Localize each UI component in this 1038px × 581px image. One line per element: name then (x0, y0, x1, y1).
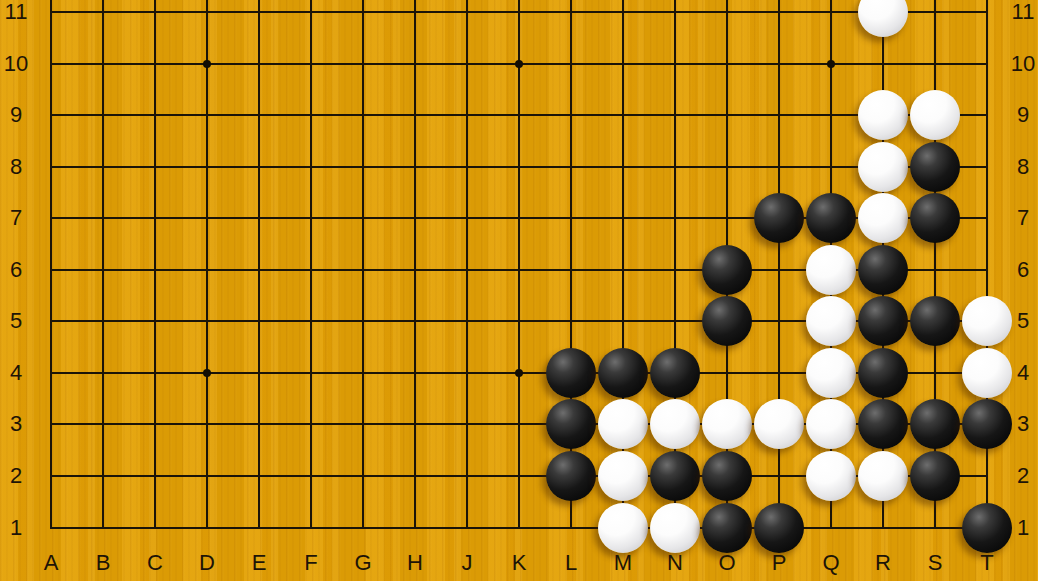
stone-black-L2[interactable] (546, 451, 596, 501)
row-label-right-10: 10 (1005, 53, 1038, 75)
row-label-left-5: 5 (0, 310, 34, 332)
stone-white-N1[interactable] (650, 503, 700, 553)
grid-line-vertical-K (518, 0, 520, 529)
stone-white-M3[interactable] (598, 399, 648, 449)
stone-white-P3[interactable] (754, 399, 804, 449)
row-label-right-7: 7 (1005, 207, 1038, 229)
row-label-right-6: 6 (1005, 259, 1038, 281)
stone-black-L3[interactable] (546, 399, 596, 449)
row-label-left-7: 7 (0, 207, 34, 229)
stone-white-Q3[interactable] (806, 399, 856, 449)
stone-black-O5[interactable] (702, 296, 752, 346)
grid-line-vertical-G (362, 0, 364, 529)
row-label-left-1: 1 (0, 517, 34, 539)
column-label-H: H (397, 552, 433, 574)
star-point-D4 (203, 369, 211, 377)
column-label-M: M (605, 552, 641, 574)
stone-black-O1[interactable] (702, 503, 752, 553)
grid-line-vertical-A (50, 0, 52, 529)
column-label-Q: Q (813, 552, 849, 574)
stone-white-Q2[interactable] (806, 451, 856, 501)
grid-line-vertical-N (674, 0, 676, 529)
stone-white-R11[interactable] (858, 0, 908, 37)
stone-black-R6[interactable] (858, 245, 908, 295)
column-label-G: G (345, 552, 381, 574)
stone-black-S5[interactable] (910, 296, 960, 346)
row-label-right-8: 8 (1005, 156, 1038, 178)
column-label-B: B (85, 552, 121, 574)
stone-white-R2[interactable] (858, 451, 908, 501)
stone-black-N2[interactable] (650, 451, 700, 501)
stone-black-R5[interactable] (858, 296, 908, 346)
stone-black-P1[interactable] (754, 503, 804, 553)
row-label-right-2: 2 (1005, 465, 1038, 487)
row-label-right-11: 11 (1005, 1, 1038, 23)
column-label-S: S (917, 552, 953, 574)
grid-line-vertical-H (414, 0, 416, 529)
row-label-right-3: 3 (1005, 413, 1038, 435)
stone-black-R3[interactable] (858, 399, 908, 449)
column-label-C: C (137, 552, 173, 574)
star-point-K4 (515, 369, 523, 377)
star-point-D10 (203, 60, 211, 68)
row-label-left-3: 3 (0, 413, 34, 435)
grid-line-vertical-T (986, 0, 988, 529)
stone-white-N3[interactable] (650, 399, 700, 449)
stone-black-S7[interactable] (910, 193, 960, 243)
row-label-left-11: 11 (0, 1, 34, 23)
row-label-right-1: 1 (1005, 517, 1038, 539)
row-label-left-9: 9 (0, 104, 34, 126)
row-label-left-4: 4 (0, 362, 34, 384)
stone-black-N4[interactable] (650, 348, 700, 398)
column-label-R: R (865, 552, 901, 574)
go-board[interactable]: ABCDEFGHJKLMNOPQRST 1110987654321 111098… (0, 0, 1038, 581)
grid-line-horizontal-9 (50, 114, 988, 116)
column-label-N: N (657, 552, 693, 574)
stone-white-O3[interactable] (702, 399, 752, 449)
grid-line-vertical-B (102, 0, 104, 529)
stone-white-R9[interactable] (858, 90, 908, 140)
column-label-K: K (501, 552, 537, 574)
row-label-right-9: 9 (1005, 104, 1038, 126)
stone-black-S2[interactable] (910, 451, 960, 501)
column-label-P: P (761, 552, 797, 574)
row-label-left-2: 2 (0, 465, 34, 487)
star-point-K10 (515, 60, 523, 68)
star-point-Q10 (827, 60, 835, 68)
stone-black-P7[interactable] (754, 193, 804, 243)
row-label-left-6: 6 (0, 259, 34, 281)
stone-black-O2[interactable] (702, 451, 752, 501)
stone-black-M4[interactable] (598, 348, 648, 398)
grid-line-vertical-C (154, 0, 156, 529)
column-label-L: L (553, 552, 589, 574)
grid-line-vertical-F (310, 0, 312, 529)
stone-white-Q4[interactable] (806, 348, 856, 398)
stone-white-R7[interactable] (858, 193, 908, 243)
stone-white-R8[interactable] (858, 142, 908, 192)
grid-line-vertical-P (778, 0, 780, 529)
stone-black-O6[interactable] (702, 245, 752, 295)
row-label-right-4: 4 (1005, 362, 1038, 384)
column-label-E: E (241, 552, 277, 574)
grid-line-horizontal-1 (50, 527, 988, 529)
grid-line-vertical-L (570, 0, 572, 529)
grid-line-vertical-J (466, 0, 468, 529)
row-label-right-5: 5 (1005, 310, 1038, 332)
stone-white-M2[interactable] (598, 451, 648, 501)
stone-black-Q7[interactable] (806, 193, 856, 243)
column-label-T: T (969, 552, 1005, 574)
stone-black-R4[interactable] (858, 348, 908, 398)
stone-white-S9[interactable] (910, 90, 960, 140)
stone-white-Q6[interactable] (806, 245, 856, 295)
stone-white-M1[interactable] (598, 503, 648, 553)
row-label-left-8: 8 (0, 156, 34, 178)
stone-black-L4[interactable] (546, 348, 596, 398)
grid-line-vertical-S (934, 0, 936, 529)
grid-line-horizontal-11 (50, 11, 988, 13)
column-label-F: F (293, 552, 329, 574)
row-label-left-10: 10 (0, 53, 34, 75)
grid-line-horizontal-8 (50, 166, 988, 168)
stone-black-S8[interactable] (910, 142, 960, 192)
grid-line-vertical-E (258, 0, 260, 529)
column-label-O: O (709, 552, 745, 574)
column-label-J: J (449, 552, 485, 574)
column-label-A: A (33, 552, 69, 574)
stone-black-S3[interactable] (910, 399, 960, 449)
grid-line-vertical-D (206, 0, 208, 529)
stone-white-Q5[interactable] (806, 296, 856, 346)
column-label-D: D (189, 552, 225, 574)
grid-line-vertical-M (622, 0, 624, 529)
